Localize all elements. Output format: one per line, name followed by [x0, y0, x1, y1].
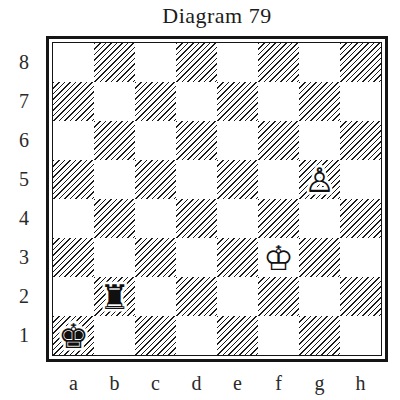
square-b2: ♜♜ [94, 277, 135, 316]
square-b6 [94, 121, 135, 160]
rank-label-7: 7 [12, 82, 36, 121]
square-h6 [340, 121, 381, 160]
square-c6 [135, 121, 176, 160]
rank-label-1: 1 [12, 316, 36, 355]
square-a2 [53, 277, 94, 316]
square-d4 [176, 199, 217, 238]
square-b7 [94, 82, 135, 121]
piece-glyph: ♔ [263, 241, 293, 275]
square-g2 [299, 277, 340, 316]
file-label-f: f [258, 372, 299, 396]
black-king: ♚♚ [53, 316, 94, 355]
square-b4 [94, 199, 135, 238]
square-h3 [340, 238, 381, 277]
square-a8 [53, 43, 94, 82]
piece-glyph: ♙ [304, 163, 334, 197]
square-c3 [135, 238, 176, 277]
square-h1 [340, 316, 381, 355]
square-a1: ♚♚ [53, 316, 94, 355]
square-d8 [176, 43, 217, 82]
square-d3 [176, 238, 217, 277]
square-a3 [53, 238, 94, 277]
square-e3 [217, 238, 258, 277]
square-h5 [340, 160, 381, 199]
square-g3 [299, 238, 340, 277]
white-pawn: ♙♙ [299, 160, 340, 199]
square-g6 [299, 121, 340, 160]
file-label-d: d [176, 372, 217, 396]
square-c5 [135, 160, 176, 199]
square-c7 [135, 82, 176, 121]
rank-label-3: 3 [12, 238, 36, 277]
square-h4 [340, 199, 381, 238]
square-e4 [217, 199, 258, 238]
square-f3: ♔♔ [258, 238, 299, 277]
file-label-a: a [53, 372, 94, 396]
square-a6 [53, 121, 94, 160]
square-f5 [258, 160, 299, 199]
square-a7 [53, 82, 94, 121]
square-f8 [258, 43, 299, 82]
diagram-title: Diagram 79 [46, 3, 388, 29]
piece-glyph: ♜ [99, 280, 129, 314]
rank-label-2: 2 [12, 277, 36, 316]
square-g5: ♙♙ [299, 160, 340, 199]
square-a5 [53, 160, 94, 199]
file-label-h: h [340, 372, 381, 396]
chess-board: ♙♙♔♔♜♜♚♚ [46, 36, 388, 362]
square-g7 [299, 82, 340, 121]
square-f4 [258, 199, 299, 238]
square-b3 [94, 238, 135, 277]
square-g1 [299, 316, 340, 355]
square-g8 [299, 43, 340, 82]
square-e6 [217, 121, 258, 160]
file-label-g: g [299, 372, 340, 396]
square-e1 [217, 316, 258, 355]
square-b8 [94, 43, 135, 82]
square-f7 [258, 82, 299, 121]
square-h2 [340, 277, 381, 316]
square-e5 [217, 160, 258, 199]
square-e7 [217, 82, 258, 121]
file-label-e: e [217, 372, 258, 396]
white-king: ♔♔ [258, 238, 299, 277]
rank-label-4: 4 [12, 199, 36, 238]
chess-diagram-page: Diagram 79 87654321 ♙♙♔♔♜♜♚♚ abcdefgh [0, 0, 400, 400]
square-f1 [258, 316, 299, 355]
square-a4 [53, 199, 94, 238]
file-label-b: b [94, 372, 135, 396]
square-b5 [94, 160, 135, 199]
square-c4 [135, 199, 176, 238]
square-e2 [217, 277, 258, 316]
piece-glyph: ♚ [58, 319, 88, 353]
rank-label-8: 8 [12, 43, 36, 82]
rank-labels: 87654321 [12, 43, 36, 355]
black-rook: ♜♜ [94, 277, 135, 316]
square-c8 [135, 43, 176, 82]
square-d1 [176, 316, 217, 355]
file-label-c: c [135, 372, 176, 396]
file-labels: abcdefgh [53, 372, 381, 396]
square-f6 [258, 121, 299, 160]
square-g4 [299, 199, 340, 238]
square-h8 [340, 43, 381, 82]
square-f2 [258, 277, 299, 316]
square-e8 [217, 43, 258, 82]
square-d7 [176, 82, 217, 121]
square-h7 [340, 82, 381, 121]
square-d2 [176, 277, 217, 316]
square-c1 [135, 316, 176, 355]
square-b1 [94, 316, 135, 355]
square-d6 [176, 121, 217, 160]
rank-label-6: 6 [12, 121, 36, 160]
square-d5 [176, 160, 217, 199]
board-grid: ♙♙♔♔♜♜♚♚ [52, 42, 382, 356]
rank-label-5: 5 [12, 160, 36, 199]
square-c2 [135, 277, 176, 316]
